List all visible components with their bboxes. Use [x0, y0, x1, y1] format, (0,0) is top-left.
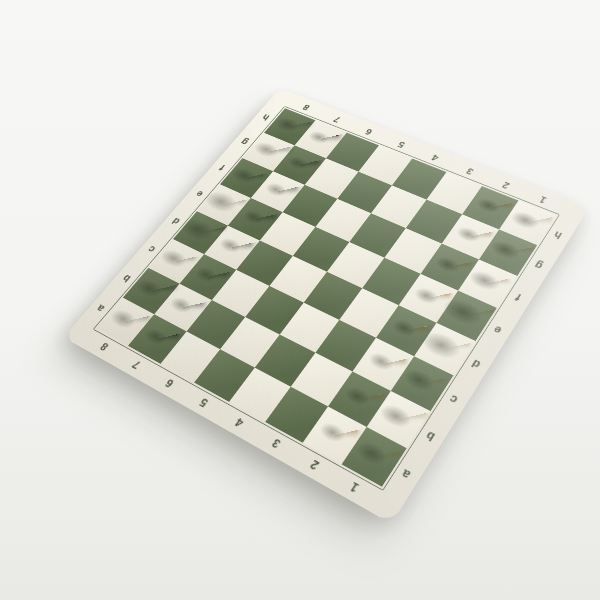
pieces-layer: ♜♞♝♚♛♝♞♜♟♟♟♟♟♟♟♟♟♟♟♟♟♟♟♟♜♞♝♛♚♝♞♜ [63, 88, 589, 524]
chess-board: 88hh77gg66ff55ee44dd33cc22bb11aa ♜♞♝♚♛♝♞… [63, 88, 589, 524]
photo-background: 88hh77gg66ff55ee44dd33cc22bb11aa ♜♞♝♚♛♝♞… [0, 0, 600, 600]
black-pawn-icon: ♟ [126, 276, 187, 344]
white-rook-icon: ♜ [334, 375, 414, 464]
camera-tilt: 88hh77gg66ff55ee44dd33cc22bb11aa ♜♞♝♚♛♝♞… [0, 0, 600, 600]
